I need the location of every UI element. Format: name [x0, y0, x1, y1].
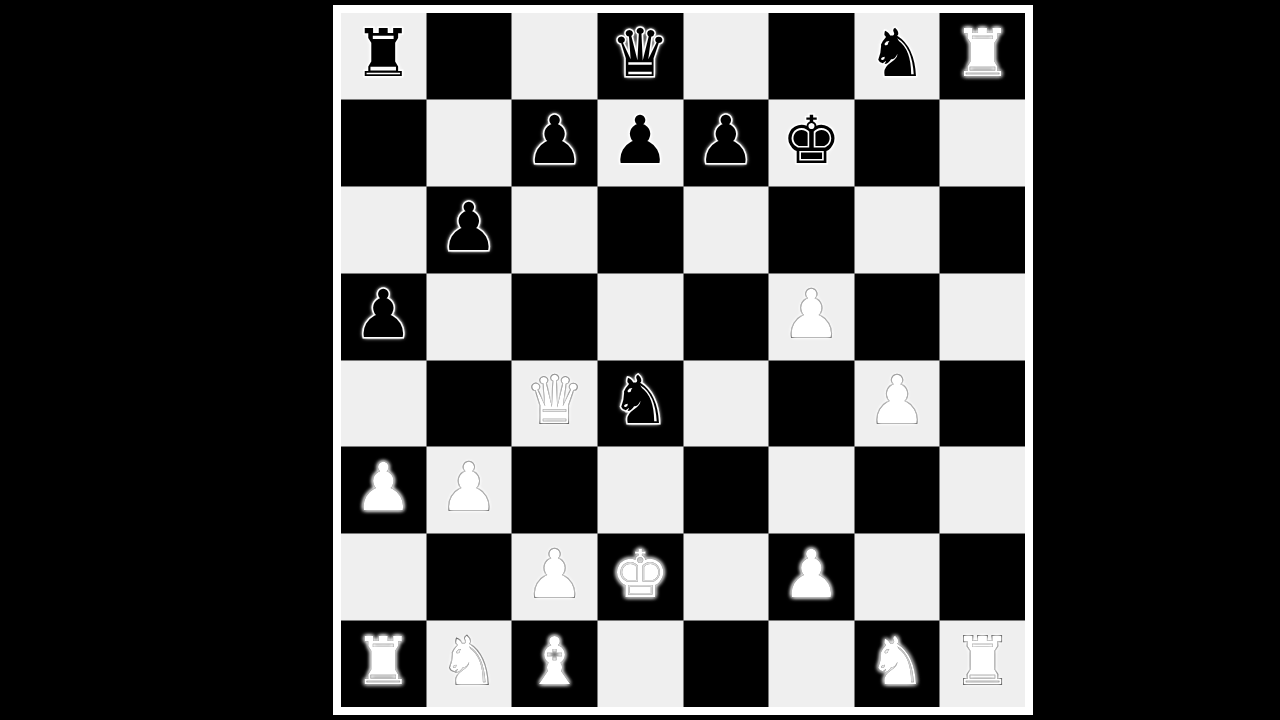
square-g3[interactable] — [855, 447, 940, 533]
white-pawn[interactable]: ♟ — [782, 542, 841, 608]
square-h4[interactable] — [940, 361, 1025, 447]
square-c8[interactable] — [512, 13, 597, 99]
black-rook[interactable]: ♜ — [354, 21, 413, 87]
white-pawn[interactable]: ♟ — [439, 455, 498, 521]
square-d8[interactable]: ♛ — [598, 13, 683, 99]
square-f1[interactable] — [769, 621, 854, 707]
square-c1[interactable]: ♝ — [512, 621, 597, 707]
square-c6[interactable] — [512, 187, 597, 273]
black-knight[interactable]: ♞ — [867, 21, 926, 87]
white-rook[interactable]: ♜ — [354, 629, 413, 695]
white-pawn[interactable]: ♟ — [867, 368, 926, 434]
square-h5[interactable] — [940, 274, 1025, 360]
black-pawn[interactable]: ♟ — [611, 108, 670, 174]
square-g4[interactable]: ♟ — [855, 361, 940, 447]
square-e6[interactable] — [684, 187, 769, 273]
square-b5[interactable] — [427, 274, 512, 360]
white-king[interactable]: ♚ — [611, 542, 670, 608]
black-pawn[interactable]: ♟ — [696, 108, 755, 174]
square-f7[interactable]: ♚ — [769, 100, 854, 186]
black-pawn[interactable]: ♟ — [354, 282, 413, 348]
square-c4[interactable]: ♛ — [512, 361, 597, 447]
square-e8[interactable] — [684, 13, 769, 99]
square-c5[interactable] — [512, 274, 597, 360]
square-g1[interactable]: ♞ — [855, 621, 940, 707]
black-pawn[interactable]: ♟ — [439, 195, 498, 261]
square-a7[interactable] — [341, 100, 426, 186]
square-d7[interactable]: ♟ — [598, 100, 683, 186]
square-b4[interactable] — [427, 361, 512, 447]
page-background: ♜♛♞♜♟♟♟♚♟♟♟♛♞♟♟♟♟♚♟♜♞♝♞♜ — [0, 0, 1280, 720]
chess-board-grid: ♜♛♞♜♟♟♟♚♟♟♟♛♞♟♟♟♟♚♟♜♞♝♞♜ — [341, 13, 1025, 707]
square-h6[interactable] — [940, 187, 1025, 273]
square-f5[interactable]: ♟ — [769, 274, 854, 360]
square-h8[interactable]: ♜ — [940, 13, 1025, 99]
square-d6[interactable] — [598, 187, 683, 273]
square-d3[interactable] — [598, 447, 683, 533]
square-a3[interactable]: ♟ — [341, 447, 426, 533]
square-f3[interactable] — [769, 447, 854, 533]
square-h3[interactable] — [940, 447, 1025, 533]
square-h1[interactable]: ♜ — [940, 621, 1025, 707]
square-f2[interactable]: ♟ — [769, 534, 854, 620]
square-a1[interactable]: ♜ — [341, 621, 426, 707]
black-knight[interactable]: ♞ — [611, 368, 670, 434]
white-pawn[interactable]: ♟ — [354, 455, 413, 521]
square-a4[interactable] — [341, 361, 426, 447]
square-h7[interactable] — [940, 100, 1025, 186]
black-pawn[interactable]: ♟ — [525, 108, 584, 174]
square-f6[interactable] — [769, 187, 854, 273]
square-e3[interactable] — [684, 447, 769, 533]
square-g6[interactable] — [855, 187, 940, 273]
square-a6[interactable] — [341, 187, 426, 273]
white-queen[interactable]: ♛ — [525, 368, 584, 434]
square-c3[interactable] — [512, 447, 597, 533]
square-f8[interactable] — [769, 13, 854, 99]
square-g8[interactable]: ♞ — [855, 13, 940, 99]
square-d5[interactable] — [598, 274, 683, 360]
square-b3[interactable]: ♟ — [427, 447, 512, 533]
square-a8[interactable]: ♜ — [341, 13, 426, 99]
square-c7[interactable]: ♟ — [512, 100, 597, 186]
black-queen[interactable]: ♛ — [611, 21, 670, 87]
square-g7[interactable] — [855, 100, 940, 186]
square-b6[interactable]: ♟ — [427, 187, 512, 273]
square-b2[interactable] — [427, 534, 512, 620]
chess-board-frame: ♜♛♞♜♟♟♟♚♟♟♟♛♞♟♟♟♟♚♟♜♞♝♞♜ — [333, 5, 1033, 715]
square-c2[interactable]: ♟ — [512, 534, 597, 620]
square-h2[interactable] — [940, 534, 1025, 620]
white-knight[interactable]: ♞ — [439, 629, 498, 695]
white-rook[interactable]: ♜ — [953, 21, 1012, 87]
square-e4[interactable] — [684, 361, 769, 447]
square-e5[interactable] — [684, 274, 769, 360]
square-f4[interactable] — [769, 361, 854, 447]
square-e2[interactable] — [684, 534, 769, 620]
square-b1[interactable]: ♞ — [427, 621, 512, 707]
square-d1[interactable] — [598, 621, 683, 707]
square-g2[interactable] — [855, 534, 940, 620]
white-pawn[interactable]: ♟ — [782, 282, 841, 348]
square-a5[interactable]: ♟ — [341, 274, 426, 360]
white-pawn[interactable]: ♟ — [525, 542, 584, 608]
square-e7[interactable]: ♟ — [684, 100, 769, 186]
white-rook[interactable]: ♜ — [953, 629, 1012, 695]
square-b7[interactable] — [427, 100, 512, 186]
square-d4[interactable]: ♞ — [598, 361, 683, 447]
square-e1[interactable] — [684, 621, 769, 707]
white-bishop[interactable]: ♝ — [525, 629, 584, 695]
white-knight[interactable]: ♞ — [867, 629, 926, 695]
square-b8[interactable] — [427, 13, 512, 99]
black-king[interactable]: ♚ — [782, 108, 841, 174]
square-g5[interactable] — [855, 274, 940, 360]
square-a2[interactable] — [341, 534, 426, 620]
square-d2[interactable]: ♚ — [598, 534, 683, 620]
